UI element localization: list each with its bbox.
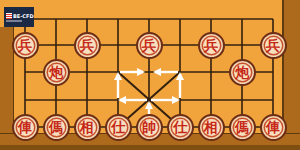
piece-soldier[interactable]: 兵 [136, 32, 163, 59]
logo-red-badge-icon [6, 13, 12, 19]
piece-chariot[interactable]: 俥 [260, 114, 287, 141]
piece-advisor[interactable]: 仕 [105, 114, 132, 141]
piece-elephant[interactable]: 相 [74, 114, 101, 141]
piece-cannon[interactable]: 炮 [43, 59, 70, 86]
piece-advisor[interactable]: 仕 [167, 114, 194, 141]
board-rim-bottom-edge [0, 145, 300, 150]
logo-text: BE-CFD [13, 13, 34, 19]
piece-chariot[interactable]: 俥 [12, 114, 39, 141]
piece-soldier[interactable]: 兵 [260, 32, 287, 59]
piece-elephant[interactable]: 相 [198, 114, 225, 141]
piece-soldier[interactable]: 兵 [74, 32, 101, 59]
piece-horse[interactable]: 傌 [229, 114, 256, 141]
watermark-logo: BE-CFD [4, 7, 34, 27]
piece-general[interactable]: 帥 [136, 114, 163, 141]
piece-soldier[interactable]: 兵 [12, 32, 39, 59]
piece-cannon[interactable]: 炮 [229, 59, 256, 86]
piece-horse[interactable]: 傌 [43, 114, 70, 141]
logo-subtext-line [6, 20, 22, 22]
piece-soldier[interactable]: 兵 [198, 32, 225, 59]
xiangqi-board: 兵兵兵兵兵炮炮俥傌相仕帥仕相傌俥 BE-CFD [0, 0, 300, 150]
